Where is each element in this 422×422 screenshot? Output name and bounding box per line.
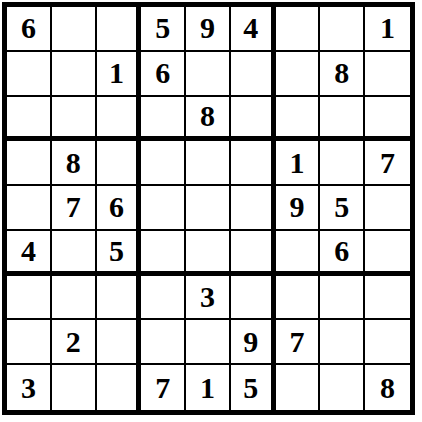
cell-r6c9[interactable] xyxy=(365,231,410,276)
cell-r6c7[interactable] xyxy=(276,231,321,276)
cell-r7c4[interactable] xyxy=(141,276,186,321)
cell-r6c6[interactable] xyxy=(231,231,276,276)
cell-r3c3[interactable] xyxy=(97,97,142,142)
cell-r8c5[interactable] xyxy=(186,320,231,365)
cell-r9c5[interactable]: 1 xyxy=(186,365,231,410)
cell-r4c4[interactable] xyxy=(141,141,186,186)
cell-r7c6[interactable] xyxy=(231,276,276,321)
cell-r2c5[interactable] xyxy=(186,52,231,97)
cell-r5c3[interactable]: 6 xyxy=(97,186,142,231)
cell-r3c8[interactable] xyxy=(320,97,365,142)
cell-r5c9[interactable] xyxy=(365,186,410,231)
cell-r8c3[interactable] xyxy=(97,320,142,365)
cell-r8c6[interactable]: 9 xyxy=(231,320,276,365)
cell-r1c6[interactable]: 4 xyxy=(231,7,276,52)
cell-r2c3[interactable]: 1 xyxy=(97,52,142,97)
cell-r3c9[interactable] xyxy=(365,97,410,142)
cell-r7c2[interactable] xyxy=(52,276,97,321)
cell-r3c6[interactable] xyxy=(231,97,276,142)
cell-r5c1[interactable] xyxy=(7,186,52,231)
cell-r2c7[interactable] xyxy=(276,52,321,97)
cell-r9c6[interactable]: 5 xyxy=(231,365,276,410)
cell-r6c5[interactable] xyxy=(186,231,231,276)
cell-r1c4[interactable]: 5 xyxy=(141,7,186,52)
cell-r5c8[interactable]: 5 xyxy=(320,186,365,231)
cell-r4c2[interactable]: 8 xyxy=(52,141,97,186)
cell-r7c5[interactable]: 3 xyxy=(186,276,231,321)
cell-r8c9[interactable] xyxy=(365,320,410,365)
cell-r5c4[interactable] xyxy=(141,186,186,231)
cell-r7c7[interactable] xyxy=(276,276,321,321)
cell-r1c5[interactable]: 9 xyxy=(186,7,231,52)
cell-r2c9[interactable] xyxy=(365,52,410,97)
cell-r2c6[interactable] xyxy=(231,52,276,97)
cell-r4c5[interactable] xyxy=(186,141,231,186)
cell-r2c4[interactable]: 6 xyxy=(141,52,186,97)
sudoku-page: 6594116888177695456329737158 xyxy=(0,0,422,422)
cell-r6c1[interactable]: 4 xyxy=(7,231,52,276)
cell-r9c7[interactable] xyxy=(276,365,321,410)
cell-r1c8[interactable] xyxy=(320,7,365,52)
cell-r4c3[interactable] xyxy=(97,141,142,186)
cell-r8c7[interactable]: 7 xyxy=(276,320,321,365)
cell-r8c1[interactable] xyxy=(7,320,52,365)
cell-r3c5[interactable]: 8 xyxy=(186,97,231,142)
cell-r8c4[interactable] xyxy=(141,320,186,365)
cell-r1c7[interactable] xyxy=(276,7,321,52)
cell-r4c1[interactable] xyxy=(7,141,52,186)
cell-r6c4[interactable] xyxy=(141,231,186,276)
cell-r9c9[interactable]: 8 xyxy=(365,365,410,410)
cell-r2c1[interactable] xyxy=(7,52,52,97)
cell-r1c1[interactable]: 6 xyxy=(7,7,52,52)
cell-r9c2[interactable] xyxy=(52,365,97,410)
cell-r9c8[interactable] xyxy=(320,365,365,410)
cell-r5c5[interactable] xyxy=(186,186,231,231)
cell-r4c9[interactable]: 7 xyxy=(365,141,410,186)
cell-r1c2[interactable] xyxy=(52,7,97,52)
sudoku-board: 6594116888177695456329737158 xyxy=(2,2,415,415)
cell-r5c7[interactable]: 9 xyxy=(276,186,321,231)
cell-r2c2[interactable] xyxy=(52,52,97,97)
cell-r7c9[interactable] xyxy=(365,276,410,321)
cell-r1c3[interactable] xyxy=(97,7,142,52)
cell-r1c9[interactable]: 1 xyxy=(365,7,410,52)
cell-r5c6[interactable] xyxy=(231,186,276,231)
cell-r3c4[interactable] xyxy=(141,97,186,142)
cell-r4c8[interactable] xyxy=(320,141,365,186)
cell-r4c6[interactable] xyxy=(231,141,276,186)
cell-r9c3[interactable] xyxy=(97,365,142,410)
cell-r6c3[interactable]: 5 xyxy=(97,231,142,276)
cell-r3c1[interactable] xyxy=(7,97,52,142)
cell-r9c1[interactable]: 3 xyxy=(7,365,52,410)
cell-r5c2[interactable]: 7 xyxy=(52,186,97,231)
cell-r7c3[interactable] xyxy=(97,276,142,321)
cell-r8c8[interactable] xyxy=(320,320,365,365)
cell-r6c2[interactable] xyxy=(52,231,97,276)
cell-r2c8[interactable]: 8 xyxy=(320,52,365,97)
cell-r6c8[interactable]: 6 xyxy=(320,231,365,276)
cell-r7c8[interactable] xyxy=(320,276,365,321)
cell-r9c4[interactable]: 7 xyxy=(141,365,186,410)
cell-r3c2[interactable] xyxy=(52,97,97,142)
cell-r7c1[interactable] xyxy=(7,276,52,321)
cell-r8c2[interactable]: 2 xyxy=(52,320,97,365)
cell-r3c7[interactable] xyxy=(276,97,321,142)
cell-r4c7[interactable]: 1 xyxy=(276,141,321,186)
